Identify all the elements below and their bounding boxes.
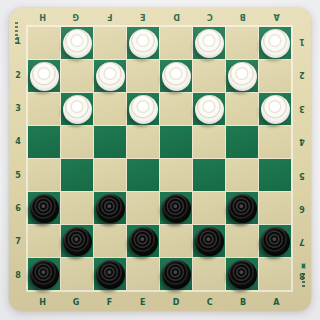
square-g5[interactable] <box>61 159 93 191</box>
square-a2 <box>259 60 291 92</box>
square-f3 <box>94 93 126 125</box>
square-g8 <box>61 258 93 290</box>
square-g2 <box>61 60 93 92</box>
square-g4 <box>61 126 93 158</box>
square-a8 <box>259 258 291 290</box>
black-checker-piece[interactable] <box>30 194 59 223</box>
black-checker-piece[interactable] <box>195 227 224 256</box>
square-h2[interactable] <box>28 60 60 92</box>
file-label-bottom-b: B <box>226 296 259 308</box>
square-e8 <box>127 258 159 290</box>
square-d1 <box>160 27 192 59</box>
white-checker-piece[interactable] <box>96 62 125 91</box>
file-label-top-h: H <box>26 11 59 23</box>
rank-label-left-1: 1 <box>12 25 24 58</box>
square-e4 <box>127 126 159 158</box>
file-label-bottom-f: F <box>93 296 126 308</box>
square-h7 <box>28 225 60 257</box>
square-c1[interactable] <box>193 27 225 59</box>
square-b2[interactable] <box>226 60 258 92</box>
square-e7[interactable] <box>127 225 159 257</box>
square-d3 <box>160 93 192 125</box>
board-grid <box>26 25 293 292</box>
square-g1[interactable] <box>61 27 93 59</box>
square-c7[interactable] <box>193 225 225 257</box>
square-h6[interactable] <box>28 192 60 224</box>
square-d2[interactable] <box>160 60 192 92</box>
square-h3 <box>28 93 60 125</box>
square-d5 <box>160 159 192 191</box>
rank-labels-right: 12345678 <box>296 25 308 292</box>
rank-label-left-7: 7 <box>12 225 24 258</box>
square-a4 <box>259 126 291 158</box>
square-b7 <box>226 225 258 257</box>
rank-label-right-5: 5 <box>296 159 308 192</box>
square-f1 <box>94 27 126 59</box>
file-label-top-f: F <box>93 11 126 23</box>
square-a5[interactable] <box>259 159 291 191</box>
square-f4[interactable] <box>94 126 126 158</box>
square-h8[interactable] <box>28 258 60 290</box>
square-f8[interactable] <box>94 258 126 290</box>
square-f7 <box>94 225 126 257</box>
white-checker-piece[interactable] <box>195 95 224 124</box>
black-checker-piece[interactable] <box>162 194 191 223</box>
file-label-top-e: E <box>126 11 159 23</box>
square-d8[interactable] <box>160 258 192 290</box>
checkers-mat: HGFEDCBA HGFEDCBA 12345678 12345678 <box>9 8 311 311</box>
square-b5 <box>226 159 258 191</box>
file-label-bottom-c: C <box>193 296 226 308</box>
file-label-top-g: G <box>59 11 92 23</box>
square-h1 <box>28 27 60 59</box>
square-g7[interactable] <box>61 225 93 257</box>
white-checker-piece[interactable] <box>129 95 158 124</box>
file-labels-bottom: HGFEDCBA <box>26 296 293 308</box>
file-label-bottom-a: A <box>260 296 293 308</box>
square-a1[interactable] <box>259 27 291 59</box>
square-c5[interactable] <box>193 159 225 191</box>
rank-label-right-2: 2 <box>296 58 308 91</box>
square-d6[interactable] <box>160 192 192 224</box>
square-f6[interactable] <box>94 192 126 224</box>
square-h4[interactable] <box>28 126 60 158</box>
microprint-top-left-icon <box>15 22 18 44</box>
brand-logo-icon <box>301 263 306 269</box>
rank-label-left-6: 6 <box>12 192 24 225</box>
white-checker-piece[interactable] <box>228 62 257 91</box>
black-checker-piece[interactable] <box>162 260 191 289</box>
square-h5 <box>28 159 60 191</box>
square-e3[interactable] <box>127 93 159 125</box>
white-checker-piece[interactable] <box>30 62 59 91</box>
black-checker-piece[interactable] <box>261 227 290 256</box>
black-checker-piece[interactable] <box>228 260 257 289</box>
black-checker-piece[interactable] <box>228 194 257 223</box>
square-c2 <box>193 60 225 92</box>
square-b6[interactable] <box>226 192 258 224</box>
square-c4 <box>193 126 225 158</box>
file-label-bottom-g: G <box>59 296 92 308</box>
square-g3[interactable] <box>61 93 93 125</box>
file-label-top-d: D <box>160 11 193 23</box>
file-label-bottom-h: H <box>26 296 59 308</box>
square-e6 <box>127 192 159 224</box>
microprint-bottom-right-icon <box>302 273 305 289</box>
file-labels-top: HGFEDCBA <box>26 11 293 23</box>
square-c6 <box>193 192 225 224</box>
black-checker-piece[interactable] <box>30 260 59 289</box>
square-f2[interactable] <box>94 60 126 92</box>
square-d4[interactable] <box>160 126 192 158</box>
white-checker-piece[interactable] <box>195 29 224 58</box>
black-checker-piece[interactable] <box>96 260 125 289</box>
square-d7 <box>160 225 192 257</box>
rank-label-right-7: 7 <box>296 225 308 258</box>
square-e2 <box>127 60 159 92</box>
square-b4[interactable] <box>226 126 258 158</box>
square-g6 <box>61 192 93 224</box>
square-c3[interactable] <box>193 93 225 125</box>
square-b1 <box>226 27 258 59</box>
black-checker-piece[interactable] <box>129 227 158 256</box>
photo-background: { "game": "checkers", "scene": "overhead… <box>0 0 320 320</box>
rank-label-right-6: 6 <box>296 192 308 225</box>
file-label-top-b: B <box>226 11 259 23</box>
white-checker-piece[interactable] <box>129 29 158 58</box>
rank-label-right-1: 1 <box>296 25 308 58</box>
rank-label-left-8: 8 <box>12 259 24 292</box>
white-checker-piece[interactable] <box>162 62 191 91</box>
square-e5[interactable] <box>127 159 159 191</box>
square-a7[interactable] <box>259 225 291 257</box>
file-label-top-a: A <box>260 11 293 23</box>
white-checker-piece[interactable] <box>261 29 290 58</box>
black-checker-piece[interactable] <box>96 194 125 223</box>
white-checker-piece[interactable] <box>261 95 290 124</box>
rank-label-right-4: 4 <box>296 125 308 158</box>
square-f5 <box>94 159 126 191</box>
file-label-top-c: C <box>193 11 226 23</box>
rank-labels-left: 12345678 <box>12 25 24 292</box>
file-label-bottom-d: D <box>160 296 193 308</box>
rank-label-left-4: 4 <box>12 125 24 158</box>
square-e1[interactable] <box>127 27 159 59</box>
square-a6 <box>259 192 291 224</box>
rank-label-left-3: 3 <box>12 92 24 125</box>
square-c8 <box>193 258 225 290</box>
rank-label-left-2: 2 <box>12 58 24 91</box>
white-checker-piece[interactable] <box>63 29 92 58</box>
file-label-bottom-e: E <box>126 296 159 308</box>
square-b8[interactable] <box>226 258 258 290</box>
square-a3[interactable] <box>259 93 291 125</box>
rank-label-left-5: 5 <box>12 159 24 192</box>
square-b3 <box>226 93 258 125</box>
black-checker-piece[interactable] <box>63 227 92 256</box>
white-checker-piece[interactable] <box>63 95 92 124</box>
rank-label-right-3: 3 <box>296 92 308 125</box>
